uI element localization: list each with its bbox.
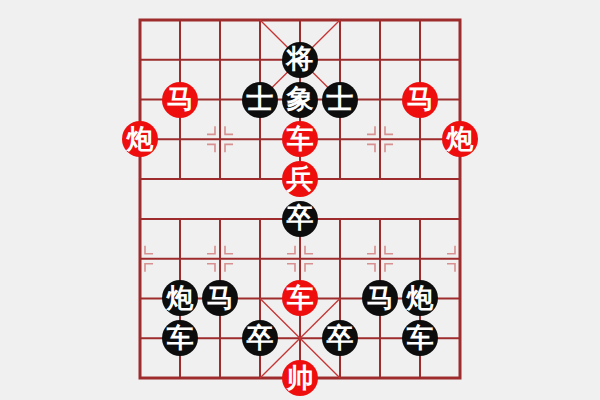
black-horse[interactable]: 马: [202, 280, 238, 316]
red-horse[interactable]: 马: [162, 82, 198, 118]
black-elephant[interactable]: 象: [282, 82, 318, 118]
black-soldier[interactable]: 卒: [242, 320, 278, 356]
black-horse[interactable]: 马: [362, 280, 398, 316]
red-general[interactable]: 帅: [282, 360, 318, 396]
red-cannon[interactable]: 炮: [442, 121, 478, 157]
black-cannon[interactable]: 炮: [402, 280, 438, 316]
black-soldier[interactable]: 卒: [282, 201, 318, 237]
black-general[interactable]: 将: [282, 42, 318, 78]
red-chariot[interactable]: 车: [282, 280, 318, 316]
black-soldier[interactable]: 卒: [322, 320, 358, 356]
xiangqi-board-diagram: 将士象士马马炮车炮兵卒炮马车马炮车卒卒车帅: [0, 0, 600, 400]
red-cannon[interactable]: 炮: [122, 121, 158, 157]
black-cannon[interactable]: 炮: [162, 280, 198, 316]
black-chariot[interactable]: 车: [162, 320, 198, 356]
red-horse[interactable]: 马: [402, 82, 438, 118]
black-advisor[interactable]: 士: [322, 82, 358, 118]
black-advisor[interactable]: 士: [242, 82, 278, 118]
red-chariot[interactable]: 车: [282, 121, 318, 157]
red-soldier[interactable]: 兵: [282, 161, 318, 197]
black-chariot[interactable]: 车: [402, 320, 438, 356]
